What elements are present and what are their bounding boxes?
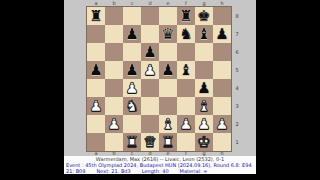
square-h6 <box>213 43 231 61</box>
square-d2 <box>141 115 159 133</box>
square-c3: ♞ <box>123 97 141 115</box>
rank-label-7: 7 <box>233 25 241 43</box>
white-knight: ♞ <box>125 99 138 114</box>
square-b3 <box>105 97 123 115</box>
rank-label-5: 5 <box>233 61 241 79</box>
black-king: ♚ <box>197 9 210 24</box>
black-bishop: ♝ <box>179 63 192 78</box>
square-b2: ♟ <box>105 115 123 133</box>
square-f2: ♟ <box>177 115 195 133</box>
square-a7 <box>87 25 105 43</box>
rank-label-8: 8 <box>233 7 241 25</box>
square-e8 <box>159 7 177 25</box>
square-c1: ♜ <box>123 133 141 151</box>
black-pawn: ♟ <box>89 63 102 78</box>
length-label: Length: 40 <box>142 168 169 174</box>
square-b5 <box>105 61 123 79</box>
file-label-f: f <box>177 0 195 6</box>
diagram-panel: abcdefgh ♜♜♚♟♛♞♝♟♟♟♟♟♟♝♟♟♟♞♝♟♝♟♟♟♜♛♜♚ ab… <box>64 0 256 180</box>
black-pawn: ♟ <box>197 81 210 96</box>
square-g3: ♝ <box>195 97 213 115</box>
black-rook: ♜ <box>179 9 192 24</box>
white-pawn: ♟ <box>179 117 192 132</box>
black-pawn: ♟ <box>125 63 138 78</box>
file-label-d: d <box>141 0 159 6</box>
square-a1 <box>87 133 105 151</box>
square-g7: ♝ <box>195 25 213 43</box>
square-e7: ♛ <box>159 25 177 43</box>
square-c5: ♟ <box>123 61 141 79</box>
black-knight: ♞ <box>179 27 192 42</box>
white-rook: ♜ <box>161 135 174 150</box>
white-pawn: ♟ <box>89 99 102 114</box>
next-move-label: Next: 21. Bd3 <box>96 168 130 174</box>
square-h7: ♟ <box>213 25 231 43</box>
file-label-a: a <box>87 0 105 6</box>
square-b6 <box>105 43 123 61</box>
square-c6 <box>123 43 141 61</box>
square-h8 <box>213 7 231 25</box>
material-label: Material: = <box>180 168 208 174</box>
file-label-c: c <box>123 0 141 6</box>
rank-label-1: 1 <box>233 133 241 151</box>
square-d4 <box>141 79 159 97</box>
white-bishop: ♝ <box>197 99 210 114</box>
file-label-h: h <box>213 0 231 6</box>
black-rook: ♜ <box>89 9 102 24</box>
square-g8: ♚ <box>195 7 213 25</box>
rank-label-6: 6 <box>233 43 241 61</box>
square-e3 <box>159 97 177 115</box>
file-label-b: b <box>105 0 123 6</box>
move-label: 21: B09 <box>66 168 85 174</box>
white-pawn: ♟ <box>125 81 138 96</box>
square-g5 <box>195 61 213 79</box>
square-h3 <box>213 97 231 115</box>
square-d6: ♟ <box>141 43 159 61</box>
black-pawn: ♟ <box>215 27 228 42</box>
square-c2 <box>123 115 141 133</box>
square-a5: ♟ <box>87 61 105 79</box>
square-e4 <box>159 79 177 97</box>
black-bishop: ♝ <box>197 27 210 42</box>
square-b8 <box>105 7 123 25</box>
file-label-e: e <box>159 0 177 6</box>
black-pawn: ♟ <box>125 27 138 42</box>
square-h1 <box>213 133 231 151</box>
square-a2 <box>87 115 105 133</box>
square-g6 <box>195 43 213 61</box>
square-b7 <box>105 25 123 43</box>
square-b4 <box>105 79 123 97</box>
file-labels-top: abcdefgh <box>87 0 231 6</box>
black-queen: ♛ <box>161 27 174 42</box>
square-f7: ♞ <box>177 25 195 43</box>
square-g2: ♟ <box>195 115 213 133</box>
white-bishop: ♝ <box>161 117 174 132</box>
video-frame: abcdefgh ♜♜♚♟♛♞♝♟♟♟♟♟♟♝♟♟♟♞♝♟♝♟♟♟♜♛♜♚ ab… <box>0 0 320 180</box>
move-info-line: 21: B09 Next: 21. Bd3 Length: 40 Materia… <box>64 168 256 174</box>
square-f1 <box>177 133 195 151</box>
white-rook: ♜ <box>125 135 138 150</box>
square-f4 <box>177 79 195 97</box>
square-f3 <box>177 97 195 115</box>
black-pawn: ♟ <box>161 63 174 78</box>
rank-label-4: 4 <box>233 79 241 97</box>
white-king: ♚ <box>197 135 210 150</box>
square-a8: ♜ <box>87 7 105 25</box>
square-a3: ♟ <box>87 97 105 115</box>
square-f6 <box>177 43 195 61</box>
square-e1: ♜ <box>159 133 177 151</box>
white-pawn: ♟ <box>107 117 120 132</box>
square-d7 <box>141 25 159 43</box>
square-d5: ♟ <box>141 61 159 79</box>
square-d1: ♛ <box>141 133 159 151</box>
file-label-g: g <box>195 0 213 6</box>
square-e5: ♟ <box>159 61 177 79</box>
white-pawn: ♟ <box>143 63 156 78</box>
white-queen: ♛ <box>143 135 156 150</box>
square-e6 <box>159 43 177 61</box>
square-a6 <box>87 43 105 61</box>
square-c7: ♟ <box>123 25 141 43</box>
square-c8 <box>123 7 141 25</box>
square-d8 <box>141 7 159 25</box>
square-h4 <box>213 79 231 97</box>
square-h5 <box>213 61 231 79</box>
square-d3 <box>141 97 159 115</box>
square-e2: ♝ <box>159 115 177 133</box>
square-a4 <box>87 79 105 97</box>
square-f8: ♜ <box>177 7 195 25</box>
square-c4: ♟ <box>123 79 141 97</box>
square-g4: ♟ <box>195 79 213 97</box>
rank-label-2: 2 <box>233 115 241 133</box>
black-pawn: ♟ <box>143 45 156 60</box>
white-pawn: ♟ <box>215 117 228 132</box>
rank-label-3: 3 <box>233 97 241 115</box>
white-pawn: ♟ <box>197 117 210 132</box>
board-margin: abcdefgh ♜♜♚♟♛♞♝♟♟♟♟♟♟♝♟♟♟♞♝♟♝♟♟♟♜♛♜♚ ab… <box>64 0 256 156</box>
rank-labels-right: 87654321 <box>233 7 241 151</box>
square-h2: ♟ <box>213 115 231 133</box>
chess-board: ♜♜♚♟♛♞♝♟♟♟♟♟♟♝♟♟♟♞♝♟♝♟♟♟♜♛♜♚ <box>87 7 231 151</box>
caption-area: Warmerdam, Max (2616) -- Livaic, Leon (2… <box>64 156 256 174</box>
square-b1 <box>105 133 123 151</box>
square-g1: ♚ <box>195 133 213 151</box>
square-f5: ♝ <box>177 61 195 79</box>
